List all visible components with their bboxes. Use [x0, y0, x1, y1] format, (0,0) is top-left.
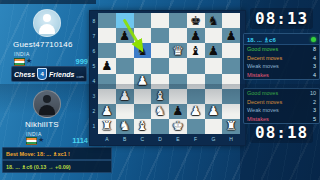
square-c3[interactable]: [134, 89, 152, 104]
rank-labels: 8 7 6 5 4 3 2 1: [90, 13, 98, 134]
square-c2[interactable]: [134, 104, 152, 119]
square-h1[interactable]: ♜: [222, 119, 240, 134]
square-a8[interactable]: [98, 13, 116, 28]
logo-text-right: Friends: [49, 71, 74, 78]
square-b7[interactable]: ♟: [116, 28, 134, 43]
top-strip: [0, 0, 96, 4]
square-e7[interactable]: [169, 28, 187, 43]
square-e3[interactable]: [169, 89, 187, 104]
board[interactable]: ♚♞♟♟♟♞♛♝♟♟♟♟♝♟♞♟♟♟♜♞♝♚♜: [98, 13, 240, 134]
piece-white-pawn[interactable]: ♟: [208, 105, 219, 117]
square-c8[interactable]: [134, 13, 152, 28]
square-g2[interactable]: ♟: [205, 104, 223, 119]
square-h7[interactable]: ♟: [222, 28, 240, 43]
piece-white-pawn[interactable]: ♟: [101, 105, 112, 117]
piece-black-pawn[interactable]: ♟: [101, 60, 112, 72]
top-player-clock: 08:13: [250, 8, 313, 29]
square-b6[interactable]: [116, 43, 134, 58]
square-e5[interactable]: [169, 58, 187, 73]
square-d7[interactable]: [151, 28, 169, 43]
square-c1[interactable]: ♝: [134, 119, 152, 134]
square-h4[interactable]: [222, 74, 240, 89]
square-h2[interactable]: [222, 104, 240, 119]
square-b3[interactable]: ♟: [116, 89, 134, 104]
piece-white-pawn[interactable]: ♟: [137, 75, 148, 87]
piece-white-pawn[interactable]: ♟: [190, 105, 201, 117]
piece-black-pawn[interactable]: ♟: [119, 30, 130, 42]
square-a3[interactable]: [98, 89, 116, 104]
square-h8[interactable]: [222, 13, 240, 28]
india-flag-icon: [14, 58, 25, 66]
piece-black-pawn[interactable]: ♟: [226, 30, 237, 42]
square-f2[interactable]: ♟: [187, 104, 205, 119]
square-c5[interactable]: [134, 58, 152, 73]
square-g8[interactable]: ♞: [205, 13, 223, 28]
piece-white-knight[interactable]: ♞: [155, 105, 166, 117]
square-b8[interactable]: [116, 13, 134, 28]
piece-white-pawn[interactable]: ♟: [119, 90, 130, 102]
piece-black-knight[interactable]: ♞: [137, 45, 148, 57]
square-f6[interactable]: ♝: [187, 43, 205, 58]
top-player-name: Guest47710146: [13, 40, 73, 49]
stat-row-weak: Weak moves 3: [244, 62, 319, 71]
piece-black-pawn[interactable]: ♟: [190, 30, 201, 42]
last-move-text: 18. ... ♗c6: [247, 36, 276, 43]
piece-white-bishop[interactable]: ♝: [155, 90, 166, 102]
bottom-player-name: NikhilITS: [25, 120, 59, 129]
star-icon: ★: [26, 57, 32, 64]
square-f8[interactable]: ♚: [187, 13, 205, 28]
square-d1[interactable]: [151, 119, 169, 134]
logo-text-left: Chess: [14, 71, 35, 78]
best-move-strip: Best Move: 18: ... ♗xc1 !: [2, 147, 112, 160]
square-f3[interactable]: [187, 89, 205, 104]
avatar-bottom-player[interactable]: [33, 90, 61, 118]
square-b4[interactable]: [116, 74, 134, 89]
india-flag-icon: [26, 137, 37, 145]
avatar-top-player[interactable]: [33, 9, 61, 37]
square-g5[interactable]: [205, 58, 223, 73]
square-d6[interactable]: [151, 43, 169, 58]
square-c7[interactable]: [134, 28, 152, 43]
piece-white-rook[interactable]: ♜: [226, 120, 237, 132]
square-d5[interactable]: [151, 58, 169, 73]
square-e1[interactable]: ♚: [169, 119, 187, 134]
square-g7[interactable]: [205, 28, 223, 43]
square-a7[interactable]: [98, 28, 116, 43]
square-d4[interactable]: [151, 74, 169, 89]
piece-black-king[interactable]: ♚: [190, 15, 201, 27]
piece-black-pawn[interactable]: ♟: [172, 105, 183, 117]
played-move-eval-strip: 18. ... ♗c6 (0.13 → +0.09): [2, 160, 112, 173]
square-b1[interactable]: ♞: [116, 119, 134, 134]
stat-row-mistakes: Mistakes 4: [244, 71, 319, 80]
person-icon: [43, 14, 51, 22]
piece-black-bishop[interactable]: ♝: [190, 45, 201, 57]
piece-white-knight[interactable]: ♞: [119, 120, 130, 132]
square-a1[interactable]: ♜: [98, 119, 116, 134]
person-icon: [43, 95, 51, 103]
stat-row-decent: Decent moves 4: [244, 54, 319, 63]
square-f7[interactable]: ♟: [187, 28, 205, 43]
square-b5[interactable]: [116, 58, 134, 73]
square-h3[interactable]: [222, 89, 240, 104]
piece-black-knight[interactable]: ♞: [208, 15, 219, 27]
square-h6[interactable]: [222, 43, 240, 58]
square-a4[interactable]: [98, 74, 116, 89]
square-f4[interactable]: [187, 74, 205, 89]
star-icon: ★: [38, 136, 44, 143]
shield-icon: 4: [37, 68, 47, 80]
square-e4[interactable]: [169, 74, 187, 89]
square-c6[interactable]: ♞: [134, 43, 152, 58]
stat-row-mistakes: Mistakes 5: [244, 115, 319, 124]
last-move-header: 18. ... ♗c6: [244, 34, 319, 45]
bottom-player-rating: 1114: [58, 136, 88, 145]
square-h5[interactable]: [222, 58, 240, 73]
square-g6[interactable]: ♟: [205, 43, 223, 58]
stat-row-decent: Decent moves 2: [244, 98, 319, 107]
file-labels: A B C D E F G H: [98, 134, 240, 143]
top-player-stats-panel: 18. ... ♗c6 Good moves 8 Decent moves 4 …: [243, 33, 320, 80]
square-g4[interactable]: [205, 74, 223, 89]
chess4friends-logo: Chess 4 Friends com: [11, 66, 87, 82]
logo-tld: com: [76, 74, 84, 79]
square-c4[interactable]: ♟: [134, 74, 152, 89]
square-a2[interactable]: ♟: [98, 104, 116, 119]
square-g1[interactable]: [205, 119, 223, 134]
square-e2[interactable]: ♟: [169, 104, 187, 119]
piece-white-king[interactable]: ♚: [172, 120, 183, 132]
stat-row-good: Good moves 10: [244, 89, 319, 98]
piece-black-pawn[interactable]: ♟: [208, 45, 219, 57]
piece-white-bishop[interactable]: ♝: [137, 120, 148, 132]
bottom-player-clock: 08:18: [250, 122, 313, 143]
square-a6[interactable]: [98, 43, 116, 58]
piece-white-queen[interactable]: ♛: [172, 45, 183, 57]
square-d8[interactable]: [151, 13, 169, 28]
square-e6[interactable]: ♛: [169, 43, 187, 58]
square-d2[interactable]: ♞: [151, 104, 169, 119]
square-d3[interactable]: ♝: [151, 89, 169, 104]
stat-row-good: Good moves 8: [244, 45, 319, 54]
chess-analysis-screen: Guest47710146 INDIA ★ 999 Chess 4 Friend…: [0, 0, 320, 180]
square-f1[interactable]: [187, 119, 205, 134]
stat-row-weak: Weak moves 3: [244, 106, 319, 115]
square-b2[interactable]: [116, 104, 134, 119]
square-g3[interactable]: [205, 89, 223, 104]
bottom-player-stats-panel: Good moves 10 Decent moves 2 Weak moves …: [243, 88, 320, 124]
square-a5[interactable]: ♟: [98, 58, 116, 73]
move-quality-dot-icon: [311, 37, 316, 42]
square-f5[interactable]: [187, 58, 205, 73]
square-e8[interactable]: [169, 13, 187, 28]
top-player-rating: 999: [58, 57, 88, 66]
piece-white-rook[interactable]: ♜: [101, 120, 112, 132]
